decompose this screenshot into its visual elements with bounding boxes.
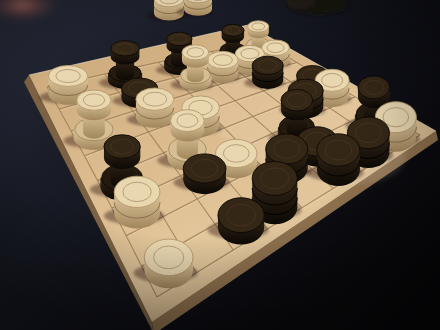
checkers-board-svg <box>0 0 440 330</box>
table-items <box>286 0 348 14</box>
dark-object-on-table <box>286 0 348 14</box>
photo-scene <box>0 0 440 330</box>
